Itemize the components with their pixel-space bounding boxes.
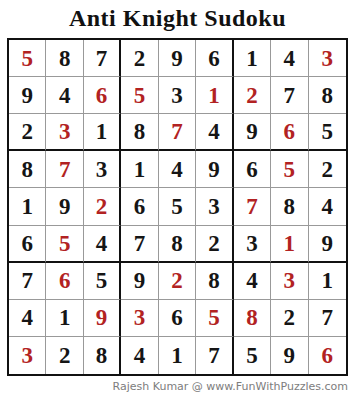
cell-r6c4: 7 [121, 226, 158, 263]
cell-r3c9: 5 [309, 114, 346, 151]
cell-r5c6: 3 [196, 188, 233, 225]
cell-r1c3: 7 [84, 40, 121, 77]
cell-r6c3: 4 [84, 226, 121, 263]
cell-r3c4: 8 [121, 114, 158, 151]
cell-r3c6: 4 [196, 114, 233, 151]
cell-r1c2: 8 [46, 40, 83, 77]
cell-r2c6: 1 [196, 77, 233, 114]
cell-r2c9: 8 [309, 77, 346, 114]
credit-text: Rajesh Kumar @ www.FunWithPuzzles.com [7, 380, 348, 393]
page-title: Anti Knight Sudoku [0, 5, 355, 32]
cell-r6c2: 5 [46, 226, 83, 263]
cell-r5c7: 7 [234, 188, 271, 225]
cell-r1c9: 3 [309, 40, 346, 77]
cell-r7c2: 6 [46, 263, 83, 300]
cell-r7c8: 3 [271, 263, 308, 300]
cell-r4c7: 6 [234, 151, 271, 188]
cell-r2c2: 4 [46, 77, 83, 114]
cell-r4c1: 8 [9, 151, 46, 188]
cell-r8c9: 7 [309, 300, 346, 337]
cell-r5c8: 8 [271, 188, 308, 225]
cell-r9c5: 1 [159, 337, 196, 374]
cell-r6c7: 3 [234, 226, 271, 263]
cell-r4c8: 5 [271, 151, 308, 188]
cell-r8c5: 6 [159, 300, 196, 337]
cell-r4c3: 3 [84, 151, 121, 188]
cell-r5c2: 9 [46, 188, 83, 225]
cell-r4c2: 7 [46, 151, 83, 188]
cell-r6c6: 2 [196, 226, 233, 263]
cell-r6c8: 1 [271, 226, 308, 263]
cell-r6c9: 9 [309, 226, 346, 263]
cell-r9c9: 6 [309, 337, 346, 374]
cell-r1c5: 9 [159, 40, 196, 77]
cell-r2c5: 3 [159, 77, 196, 114]
cell-r8c2: 1 [46, 300, 83, 337]
cell-r7c3: 5 [84, 263, 121, 300]
cell-r2c3: 6 [84, 77, 121, 114]
cell-r2c4: 5 [121, 77, 158, 114]
cell-r7c6: 8 [196, 263, 233, 300]
cell-r7c5: 2 [159, 263, 196, 300]
cell-r2c1: 9 [9, 77, 46, 114]
cell-r1c7: 1 [234, 40, 271, 77]
cell-r9c7: 5 [234, 337, 271, 374]
cell-r3c7: 9 [234, 114, 271, 151]
sudoku-board: 5872961439465312782318749658731496521926… [7, 38, 348, 376]
cell-r9c6: 7 [196, 337, 233, 374]
cell-r9c1: 3 [9, 337, 46, 374]
cell-r4c6: 9 [196, 151, 233, 188]
cell-r9c3: 8 [84, 337, 121, 374]
cell-r1c1: 5 [9, 40, 46, 77]
cell-r1c4: 2 [121, 40, 158, 77]
cell-r5c4: 6 [121, 188, 158, 225]
cell-r4c4: 1 [121, 151, 158, 188]
cell-r1c6: 6 [196, 40, 233, 77]
cell-r3c2: 3 [46, 114, 83, 151]
cell-r3c3: 1 [84, 114, 121, 151]
cell-r4c9: 2 [309, 151, 346, 188]
cell-r8c3: 9 [84, 300, 121, 337]
cell-r7c9: 1 [309, 263, 346, 300]
cell-r8c4: 3 [121, 300, 158, 337]
cell-r3c8: 6 [271, 114, 308, 151]
cell-r4c5: 4 [159, 151, 196, 188]
cell-r5c3: 2 [84, 188, 121, 225]
puzzle-page: Anti Knight Sudoku 587296143946531278231… [0, 0, 355, 400]
cell-r7c7: 4 [234, 263, 271, 300]
cell-r9c8: 9 [271, 337, 308, 374]
cell-r3c1: 2 [9, 114, 46, 151]
cell-r2c8: 7 [271, 77, 308, 114]
cell-r1c8: 4 [271, 40, 308, 77]
cell-r8c7: 8 [234, 300, 271, 337]
cell-r9c4: 4 [121, 337, 158, 374]
cell-r8c6: 5 [196, 300, 233, 337]
cell-r9c2: 2 [46, 337, 83, 374]
cell-r8c8: 2 [271, 300, 308, 337]
cell-r7c1: 7 [9, 263, 46, 300]
cell-r7c4: 9 [121, 263, 158, 300]
cell-r5c1: 1 [9, 188, 46, 225]
cell-r8c1: 4 [9, 300, 46, 337]
cell-r6c1: 6 [9, 226, 46, 263]
cell-r3c5: 7 [159, 114, 196, 151]
cell-r5c5: 5 [159, 188, 196, 225]
cell-r5c9: 4 [309, 188, 346, 225]
cell-r2c7: 2 [234, 77, 271, 114]
cell-r6c5: 8 [159, 226, 196, 263]
